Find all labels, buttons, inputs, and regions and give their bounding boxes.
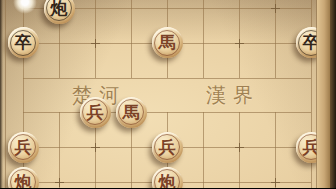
piece-glyph: 兵 <box>159 139 176 156</box>
piece-black-cannon-r2c1[interactable]: 炮 <box>44 0 75 24</box>
board-frame-right <box>317 0 330 188</box>
piece-red-horse-r3c4[interactable]: 馬 <box>152 27 183 58</box>
xiangqi-board[interactable]: 炮卒馬卒兵馬兵兵兵炮炮 <box>0 0 336 188</box>
xiangqi-game-screen: 楚河 漢界 炮卒馬卒兵馬兵兵兵炮炮 <box>0 0 336 188</box>
piece-glyph: 兵 <box>15 139 32 156</box>
board-frame-inner-line-left <box>5 0 6 188</box>
piece-red-cannon-r7c0[interactable]: 炮 <box>8 167 39 189</box>
piece-red-soldier-r5c2[interactable]: 兵 <box>80 97 111 128</box>
piece-red-soldier-r6c0[interactable]: 兵 <box>8 132 39 163</box>
piece-glyph: 馬 <box>159 34 176 51</box>
piece-glyph: 卒 <box>15 34 32 51</box>
piece-red-cannon-r7c4[interactable]: 炮 <box>152 167 183 189</box>
screen-edge-left <box>0 0 3 188</box>
piece-glyph: 炮 <box>15 174 32 189</box>
piece-black-soldier-r3c0[interactable]: 卒 <box>8 27 39 58</box>
piece-glyph: 炮 <box>51 0 68 17</box>
piece-red-soldier-r6c4[interactable]: 兵 <box>152 132 183 163</box>
piece-red-horse-r5c3[interactable]: 馬 <box>116 97 147 128</box>
piece-glyph: 兵 <box>87 104 104 121</box>
piece-glyph: 炮 <box>159 174 176 189</box>
screen-edge-right <box>330 0 336 188</box>
piece-glyph: 馬 <box>123 104 140 121</box>
